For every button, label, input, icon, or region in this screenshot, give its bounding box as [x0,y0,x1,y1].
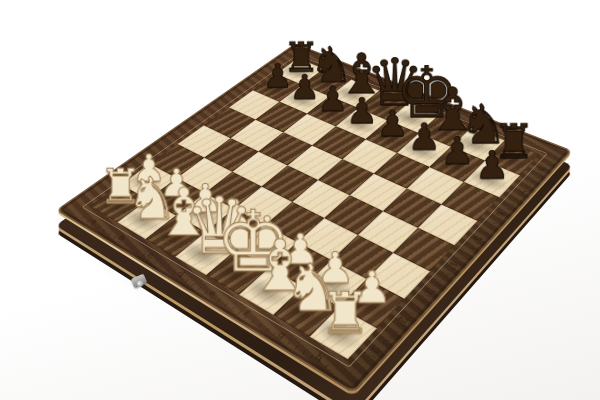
piece-black-pawn[interactable]: ♟ [472,146,513,185]
photo-scene: ♜♞♝♛♚♝♞♜♟♟♟♟♟♟♟♟♟♟♟♟♟♟♟♟♜♞♝♛♚♝♞♜ abcdefg… [0,0,600,400]
piece-white-rook[interactable]: ♜ [319,284,367,342]
chess-board: ♜♞♝♛♚♝♞♜♟♟♟♟♟♟♟♟♟♟♟♟♟♟♟♟♜♞♝♛♚♝♞♜ abcdefg… [56,43,573,394]
square-h1[interactable]: ♜ [310,307,377,359]
